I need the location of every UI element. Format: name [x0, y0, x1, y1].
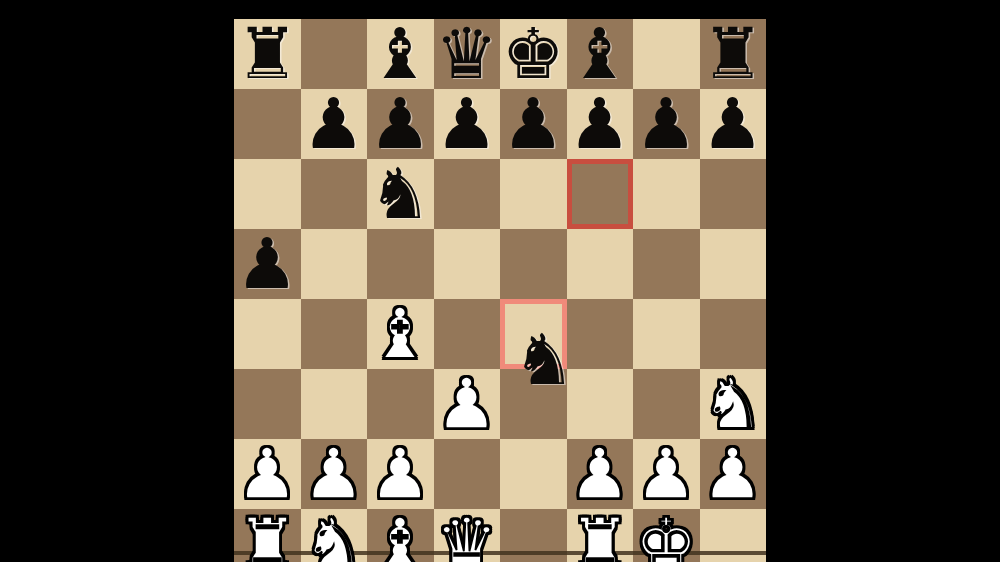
square-c5[interactable]: [367, 229, 434, 299]
square-g8[interactable]: [633, 19, 700, 89]
black-rook-h8[interactable]: ♜: [701, 19, 764, 89]
black-pawn-a5[interactable]: ♟: [236, 229, 299, 299]
square-b4[interactable]: [301, 299, 368, 369]
black-king-e8[interactable]: ♚: [502, 19, 565, 89]
square-b3[interactable]: [301, 369, 368, 439]
square-e5[interactable]: [500, 229, 567, 299]
square-f3[interactable]: [567, 369, 634, 439]
square-c6[interactable]: ♞: [367, 159, 434, 229]
square-c1[interactable]: ♝: [367, 509, 434, 562]
black-pawn-e7[interactable]: ♟: [502, 89, 565, 159]
square-c2[interactable]: ♟: [367, 439, 434, 509]
square-d3[interactable]: ♟: [434, 369, 501, 439]
square-e8[interactable]: ♚: [500, 19, 567, 89]
square-b1[interactable]: ♞: [301, 509, 368, 562]
square-h8[interactable]: ♜: [700, 19, 767, 89]
square-g7[interactable]: ♟: [633, 89, 700, 159]
square-h3[interactable]: ♞: [700, 369, 767, 439]
white-pawn-b2[interactable]: ♟: [302, 439, 365, 509]
square-a5[interactable]: ♟: [234, 229, 301, 299]
white-knight-h3[interactable]: ♞: [701, 369, 764, 439]
square-a4[interactable]: [234, 299, 301, 369]
black-pawn-c7[interactable]: ♟: [369, 89, 432, 159]
square-h5[interactable]: [700, 229, 767, 299]
square-d6[interactable]: [434, 159, 501, 229]
white-pawn-h2[interactable]: ♟: [701, 439, 764, 509]
white-pawn-a2[interactable]: ♟: [236, 439, 299, 509]
square-d5[interactable]: [434, 229, 501, 299]
white-rook-f1[interactable]: ♜: [568, 509, 631, 562]
white-pawn-g2[interactable]: ♟: [635, 439, 698, 509]
square-a8[interactable]: ♜: [234, 19, 301, 89]
square-b8[interactable]: [301, 19, 368, 89]
black-pawn-b7[interactable]: ♟: [302, 89, 365, 159]
square-a7[interactable]: [234, 89, 301, 159]
black-pawn-f7[interactable]: ♟: [568, 89, 631, 159]
square-a6[interactable]: [234, 159, 301, 229]
square-g4[interactable]: [633, 299, 700, 369]
square-e4-move-to-highlight[interactable]: ♞: [500, 299, 567, 369]
square-b5[interactable]: [301, 229, 368, 299]
square-a3[interactable]: [234, 369, 301, 439]
chess-board: ♜♝♛♚♝♜♟♟♟♟♟♟♟♞♟♝♞♟♞♟♟♟♟♟♟♜♞♝♛♜♚: [234, 19, 766, 551]
square-a1[interactable]: ♜: [234, 509, 301, 562]
square-f5[interactable]: [567, 229, 634, 299]
square-f6-move-from-highlight[interactable]: [567, 159, 634, 229]
white-pawn-d3[interactable]: ♟: [435, 369, 498, 439]
black-bishop-f8[interactable]: ♝: [568, 19, 631, 89]
white-king-g1[interactable]: ♚: [635, 509, 698, 562]
square-h6[interactable]: [700, 159, 767, 229]
square-h2[interactable]: ♟: [700, 439, 767, 509]
square-c8[interactable]: ♝: [367, 19, 434, 89]
white-pawn-c2[interactable]: ♟: [369, 439, 432, 509]
square-c7[interactable]: ♟: [367, 89, 434, 159]
square-g6[interactable]: [633, 159, 700, 229]
square-d2[interactable]: [434, 439, 501, 509]
square-c3[interactable]: [367, 369, 434, 439]
square-d7[interactable]: ♟: [434, 89, 501, 159]
square-c4[interactable]: ♝: [367, 299, 434, 369]
white-bishop-c1[interactable]: ♝: [369, 509, 432, 562]
black-bishop-c8[interactable]: ♝: [369, 19, 432, 89]
square-b6[interactable]: [301, 159, 368, 229]
square-f1[interactable]: ♜: [567, 509, 634, 562]
black-knight-e4[interactable]: ♞: [513, 325, 576, 395]
square-f2[interactable]: ♟: [567, 439, 634, 509]
square-f8[interactable]: ♝: [567, 19, 634, 89]
black-rook-a8[interactable]: ♜: [236, 19, 299, 89]
square-g5[interactable]: [633, 229, 700, 299]
black-pawn-g7[interactable]: ♟: [635, 89, 698, 159]
white-pawn-f2[interactable]: ♟: [568, 439, 631, 509]
square-b2[interactable]: ♟: [301, 439, 368, 509]
app-background: ♜♝♛♚♝♜♟♟♟♟♟♟♟♞♟♝♞♟♞♟♟♟♟♟♟♜♞♝♛♜♚: [0, 0, 1000, 562]
square-a2[interactable]: ♟: [234, 439, 301, 509]
square-h4[interactable]: [700, 299, 767, 369]
white-queen-d1[interactable]: ♛: [435, 509, 498, 562]
white-knight-b1[interactable]: ♞: [302, 509, 365, 562]
white-rook-a1[interactable]: ♜: [236, 509, 299, 562]
black-pawn-h7[interactable]: ♟: [701, 89, 764, 159]
square-d1[interactable]: ♛: [434, 509, 501, 562]
white-bishop-c4[interactable]: ♝: [369, 299, 432, 369]
square-e2[interactable]: [500, 439, 567, 509]
square-e7[interactable]: ♟: [500, 89, 567, 159]
black-knight-c6[interactable]: ♞: [369, 159, 432, 229]
square-g3[interactable]: [633, 369, 700, 439]
black-pawn-d7[interactable]: ♟: [435, 89, 498, 159]
square-f4[interactable]: [567, 299, 634, 369]
square-h7[interactable]: ♟: [700, 89, 767, 159]
square-d8[interactable]: ♛: [434, 19, 501, 89]
square-d4[interactable]: [434, 299, 501, 369]
square-f7[interactable]: ♟: [567, 89, 634, 159]
square-g2[interactable]: ♟: [633, 439, 700, 509]
black-queen-d8[interactable]: ♛: [435, 19, 498, 89]
square-g1[interactable]: ♚: [633, 509, 700, 562]
square-e6[interactable]: [500, 159, 567, 229]
square-b7[interactable]: ♟: [301, 89, 368, 159]
